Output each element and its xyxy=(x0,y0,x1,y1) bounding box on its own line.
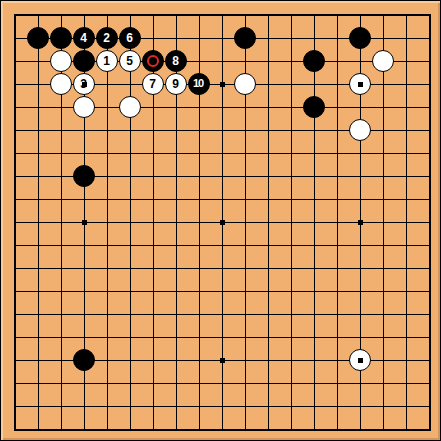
white-stone xyxy=(119,96,141,118)
white-stone-move-7: 7 xyxy=(142,73,164,95)
white-stone-move-5: 5 xyxy=(119,50,141,72)
white-stone xyxy=(50,50,72,72)
white-stone xyxy=(50,73,72,95)
black-stone xyxy=(27,27,49,49)
black-stone xyxy=(50,27,72,49)
black-stone xyxy=(73,50,95,72)
star-point xyxy=(220,220,225,225)
black-stone-move-4: 4 xyxy=(73,27,95,49)
star-point xyxy=(82,82,87,87)
move-number-label: 8 xyxy=(172,55,179,67)
move-number-label: 9 xyxy=(172,78,179,90)
move-number-label: 4 xyxy=(80,32,87,44)
red-circle-marker-icon xyxy=(147,55,159,67)
move-number-label: 5 xyxy=(126,55,133,67)
star-point xyxy=(82,358,87,363)
black-stone xyxy=(303,50,325,72)
black-stone-move-2: 2 xyxy=(96,27,118,49)
black-stone-move-6: 6 xyxy=(119,27,141,49)
star-point xyxy=(358,358,363,363)
star-point xyxy=(358,82,363,87)
white-stone xyxy=(73,96,95,118)
black-stone xyxy=(303,96,325,118)
star-point xyxy=(358,220,363,225)
black-stone-move-8: 8 xyxy=(165,50,187,72)
white-stone-move-1: 1 xyxy=(96,50,118,72)
move-number-label: 1 xyxy=(103,55,110,67)
move-number-label: 2 xyxy=(103,32,110,44)
black-stone xyxy=(349,27,371,49)
go-board: 42615837910 xyxy=(0,0,441,441)
star-point xyxy=(82,220,87,225)
black-stone xyxy=(142,50,164,72)
white-stone-move-9: 9 xyxy=(165,73,187,95)
black-stone-move-10: 10 xyxy=(188,73,210,95)
white-stone xyxy=(372,50,394,72)
move-number-label: 10 xyxy=(193,78,203,89)
move-number-label: 6 xyxy=(126,32,133,44)
move-number-label: 7 xyxy=(149,78,156,90)
white-stone xyxy=(234,73,256,95)
black-stone xyxy=(234,27,256,49)
star-point xyxy=(220,82,225,87)
star-point xyxy=(220,358,225,363)
white-stone xyxy=(349,119,371,141)
black-stone xyxy=(73,165,95,187)
